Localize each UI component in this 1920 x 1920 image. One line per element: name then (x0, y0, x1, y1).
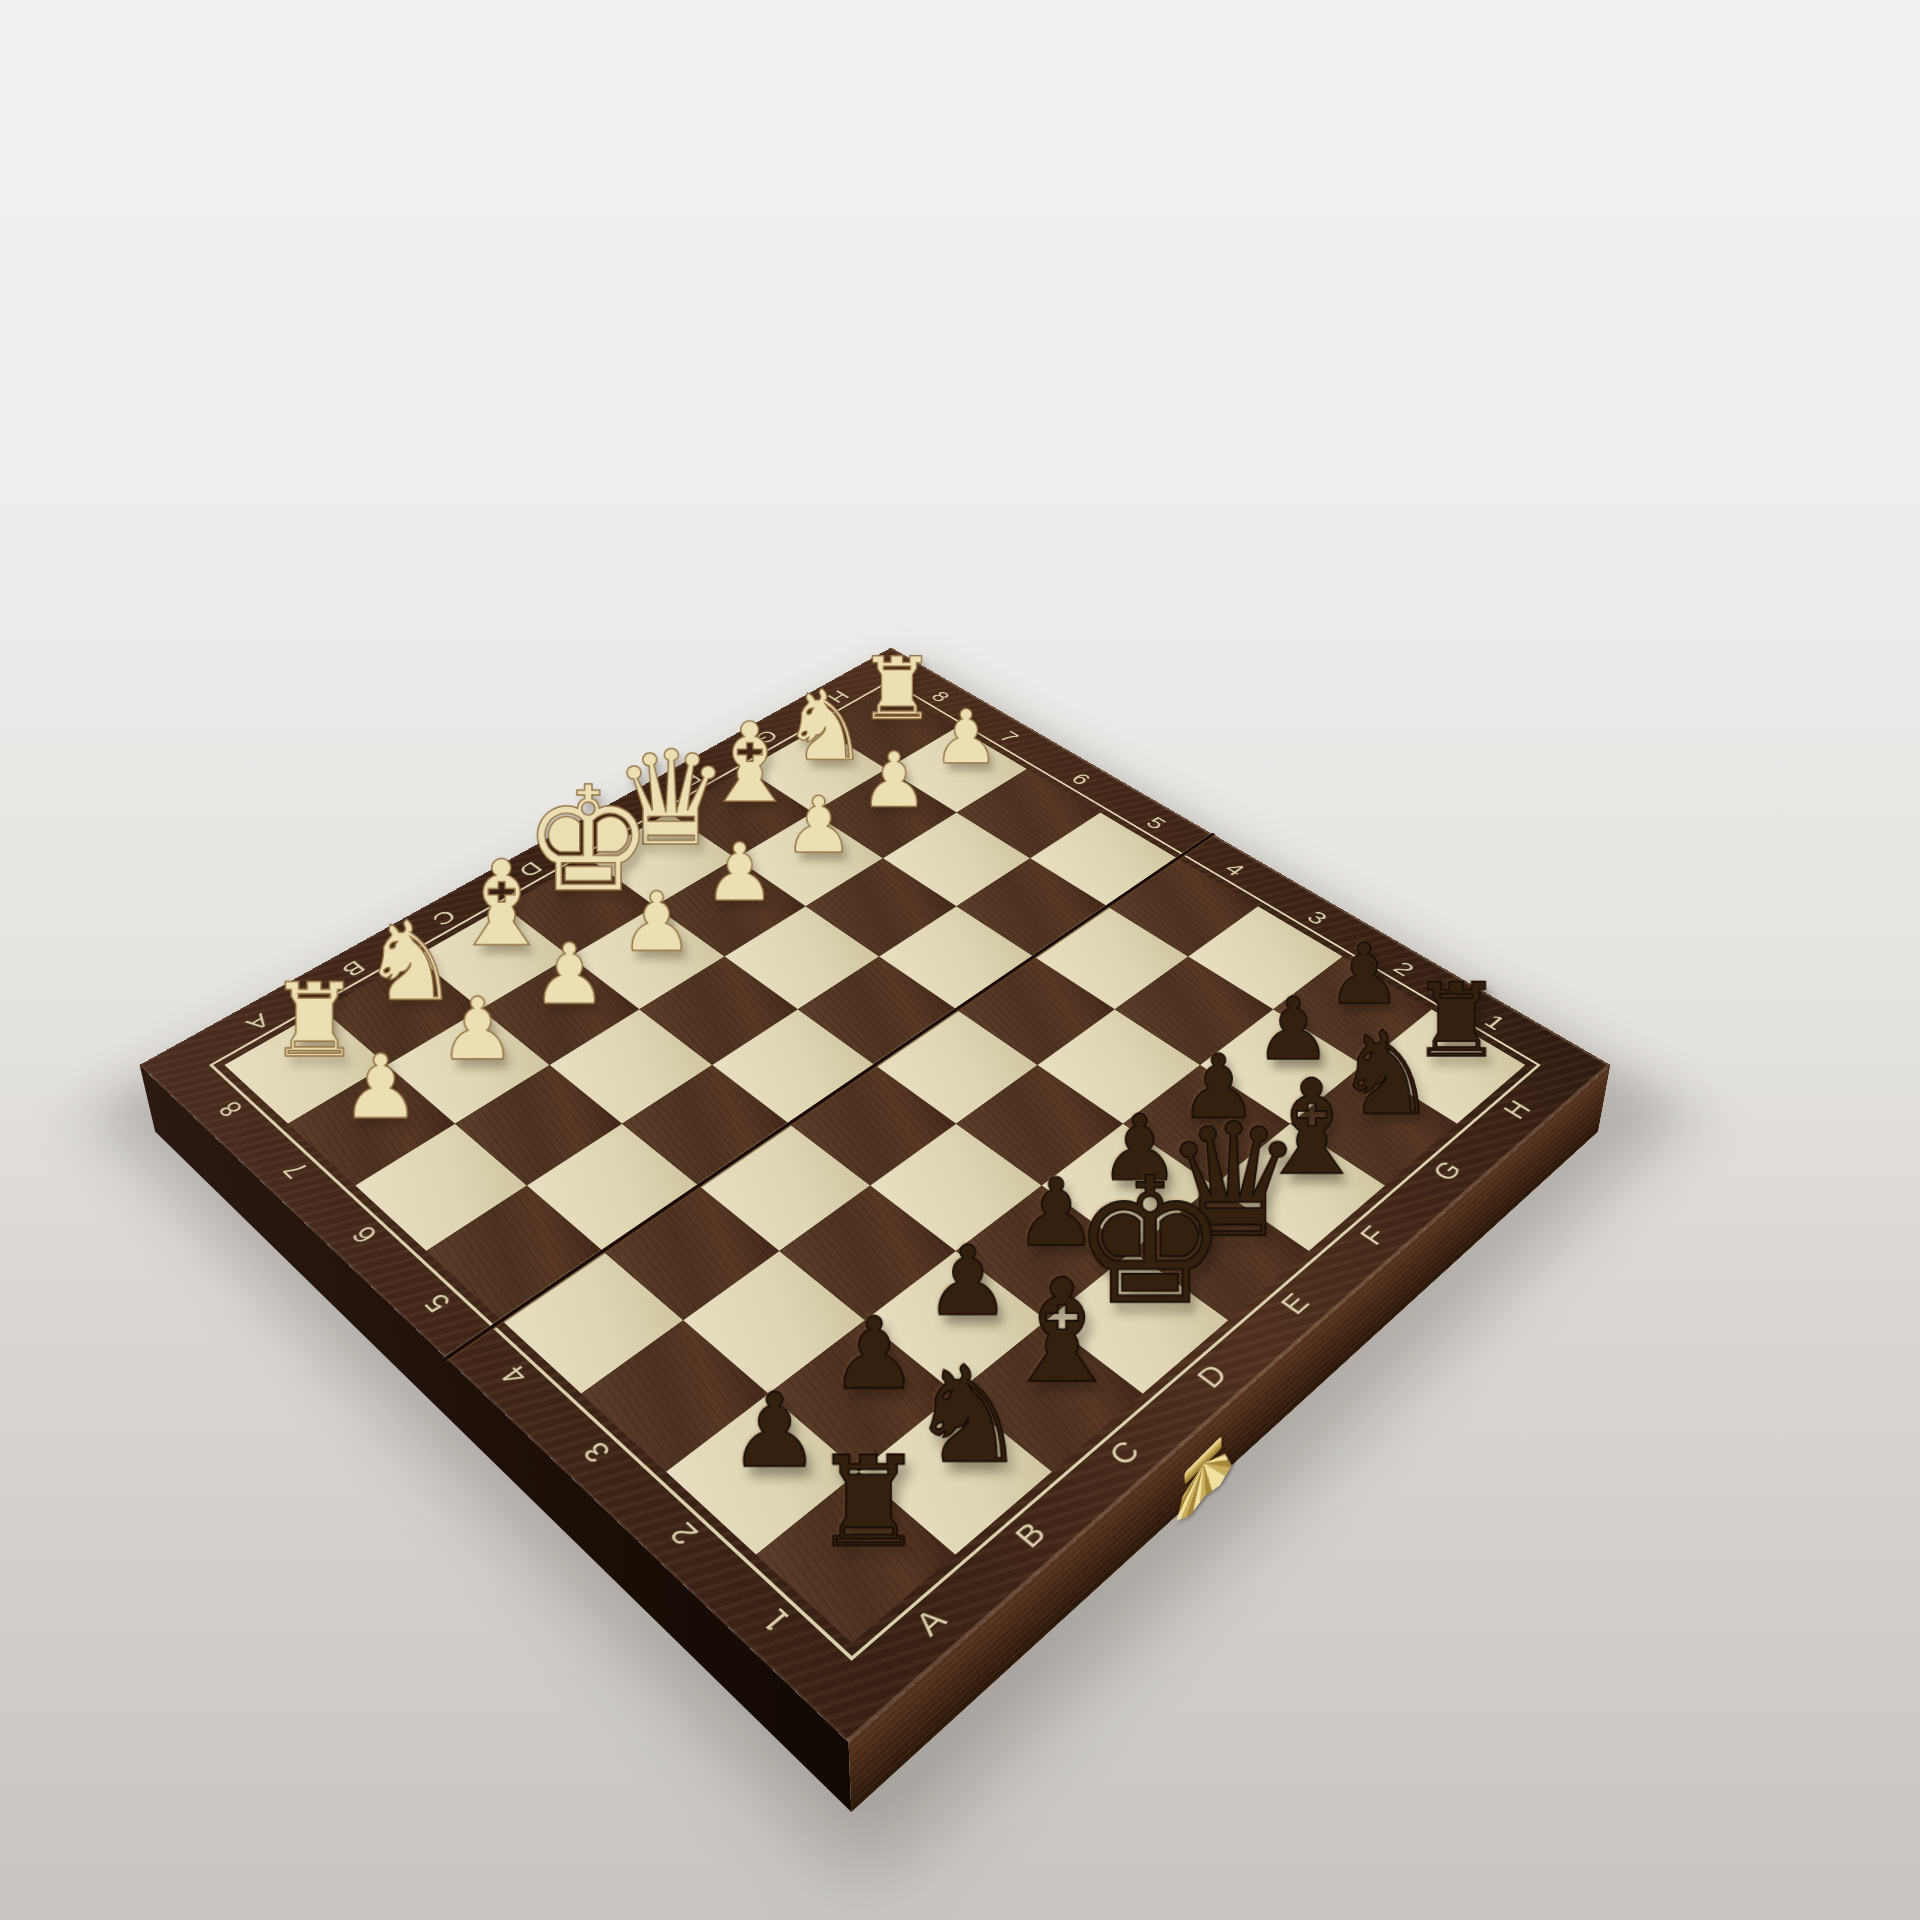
chess-board-box: ABCDEFGH ABCDEFGH 87654321 87654321 ♜♞♝♚… (140, 648, 1611, 1743)
dark-rook-a1[interactable]: ♜ (769, 1440, 966, 1565)
light-pawn-a7[interactable]: ♟ (298, 1042, 463, 1131)
board-surface: ABCDEFGH ABCDEFGH 87654321 87654321 ♜♞♝♚… (140, 648, 1611, 1743)
board-field: ♜♞♝♚♛♝♞♜♟♟♟♟♟♟♟♟♟♟♟♟♟♟♟♟♜♞♝♚♛♝♞♜ (224, 687, 1525, 1643)
board-scene: ABCDEFGH ABCDEFGH 87654321 87654321 ♜♞♝♚… (0, 0, 1920, 1920)
